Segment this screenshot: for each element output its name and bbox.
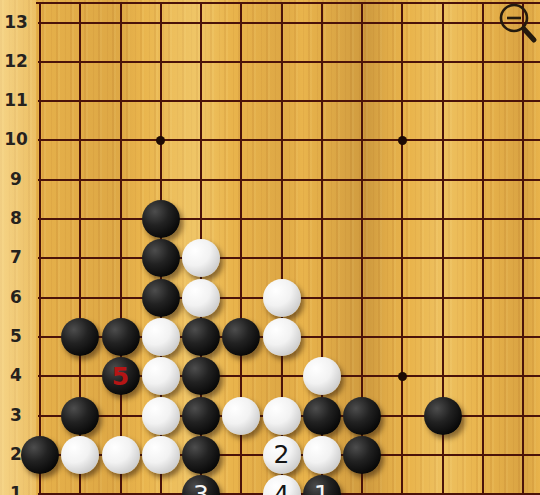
stone-white — [142, 357, 180, 395]
stone-white — [142, 318, 180, 356]
stone-white — [303, 436, 341, 474]
stone-black — [222, 318, 260, 356]
move-number: 3 — [182, 475, 220, 495]
row-label: 13 — [0, 12, 32, 32]
stone-white — [263, 279, 301, 317]
row-label: 6 — [0, 287, 32, 307]
stone-black — [303, 397, 341, 435]
row-label: 5 — [0, 326, 32, 346]
stone-black — [21, 436, 59, 474]
grid-line-vertical — [482, 2, 484, 495]
stone-white — [61, 436, 99, 474]
grid-line-vertical — [401, 2, 403, 495]
row-label: 1 — [0, 483, 32, 495]
grid-line-horizontal — [38, 218, 540, 220]
grid-line-horizontal — [38, 100, 540, 102]
board-edge-line — [36, 2, 540, 4]
stone-white — [303, 357, 341, 395]
grid-line-vertical — [120, 2, 122, 495]
go-app-screen: 1312111098765432112345 — [0, 0, 540, 495]
stone-white — [142, 436, 180, 474]
stone-white — [263, 318, 301, 356]
move-number: 2 — [263, 436, 301, 474]
stone-white — [222, 397, 260, 435]
stone-black — [182, 318, 220, 356]
row-label: 12 — [0, 51, 32, 71]
star-point — [398, 372, 407, 381]
grid-line-horizontal — [38, 61, 540, 63]
stone-white — [102, 436, 140, 474]
grid-line-horizontal — [38, 257, 540, 259]
zoom-out-icon[interactable] — [492, 1, 538, 49]
star-point — [156, 136, 165, 145]
stone-white — [182, 279, 220, 317]
stone-black — [343, 397, 381, 435]
stone-black — [61, 318, 99, 356]
move-number: 1 — [303, 475, 341, 495]
stone-black — [142, 279, 180, 317]
stone-white — [263, 397, 301, 435]
row-label: 9 — [0, 169, 32, 189]
row-label: 7 — [0, 247, 32, 267]
stone-black — [61, 397, 99, 435]
stone-white — [182, 239, 220, 277]
stone-black — [102, 318, 140, 356]
grid-line-horizontal — [38, 179, 540, 181]
stone-black — [142, 239, 180, 277]
row-label: 3 — [0, 405, 32, 425]
row-label: 8 — [0, 208, 32, 228]
stone-black — [343, 436, 381, 474]
grid-line-vertical — [39, 2, 41, 495]
stone-black — [182, 436, 220, 474]
stone-white — [142, 397, 180, 435]
move-number: 4 — [263, 475, 301, 495]
stone-black — [182, 357, 220, 395]
row-label: 4 — [0, 365, 32, 385]
stone-black — [182, 397, 220, 435]
row-label: 11 — [0, 90, 32, 110]
stone-black — [142, 200, 180, 238]
star-point — [398, 136, 407, 145]
stone-black — [424, 397, 462, 435]
grid-line-horizontal — [38, 139, 540, 141]
row-label: 10 — [0, 129, 32, 149]
grid-line-horizontal — [38, 22, 540, 24]
grid-line-vertical — [522, 2, 524, 495]
move-number: 5 — [102, 357, 140, 395]
